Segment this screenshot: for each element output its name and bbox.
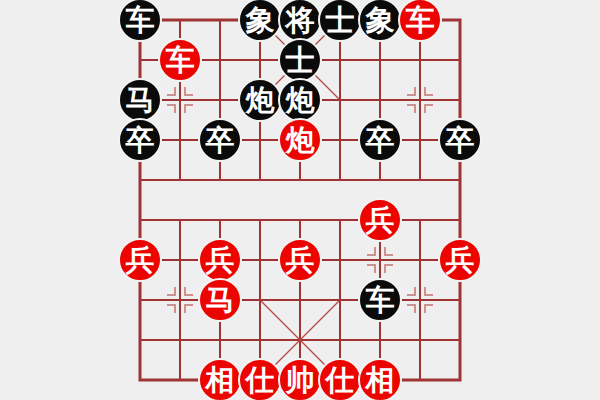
red-soldier[interactable]: 兵: [358, 198, 402, 242]
red-chariot[interactable]: 车: [158, 38, 202, 82]
black-advisor[interactable]: 士: [278, 38, 322, 82]
red-soldier[interactable]: 兵: [118, 238, 162, 282]
red-soldier[interactable]: 兵: [438, 238, 482, 282]
red-advisor[interactable]: 仕: [238, 358, 282, 400]
black-soldier[interactable]: 卒: [358, 118, 402, 162]
black-elephant[interactable]: 象: [238, 0, 282, 42]
black-soldier[interactable]: 卒: [198, 118, 242, 162]
black-cannon[interactable]: 炮: [278, 78, 322, 122]
red-horse[interactable]: 马: [198, 278, 242, 322]
black-general[interactable]: 将: [278, 0, 322, 42]
red-elephant[interactable]: 相: [198, 358, 242, 400]
black-soldier[interactable]: 卒: [438, 118, 482, 162]
red-elephant[interactable]: 相: [358, 358, 402, 400]
black-cannon[interactable]: 炮: [238, 78, 282, 122]
black-advisor[interactable]: 士: [318, 0, 362, 42]
black-elephant[interactable]: 象: [358, 0, 402, 42]
xiangqi-board: 车象将士象车车士马炮炮卒卒炮卒卒兵兵兵兵兵马车相仕帅仕相: [0, 0, 600, 400]
red-advisor[interactable]: 仕: [318, 358, 362, 400]
red-general[interactable]: 帅: [278, 358, 322, 400]
red-soldier[interactable]: 兵: [198, 238, 242, 282]
black-chariot[interactable]: 车: [358, 278, 402, 322]
black-horse[interactable]: 马: [118, 78, 162, 122]
black-chariot[interactable]: 车: [118, 0, 162, 42]
board-grid: 车象将士象车车士马炮炮卒卒炮卒卒兵兵兵兵兵马车相仕帅仕相: [120, 0, 480, 400]
red-cannon[interactable]: 炮: [278, 118, 322, 162]
black-soldier[interactable]: 卒: [118, 118, 162, 162]
red-chariot[interactable]: 车: [398, 0, 442, 42]
red-soldier[interactable]: 兵: [278, 238, 322, 282]
